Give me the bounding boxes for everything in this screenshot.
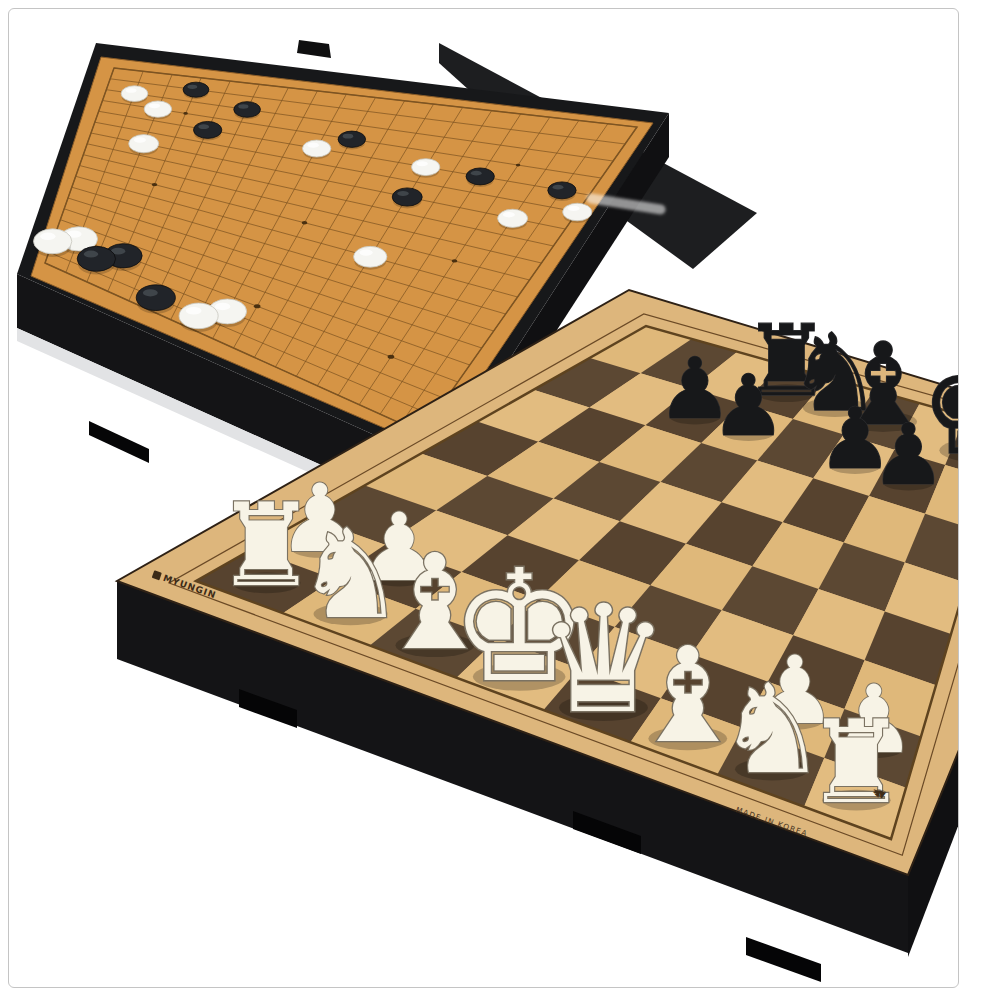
go-stone-highlight — [238, 104, 248, 108]
go-stone-black — [194, 121, 222, 138]
go-stone-highlight — [84, 251, 99, 258]
go-stone-white — [121, 86, 148, 102]
go-stone-highlight — [359, 249, 372, 255]
go-stone-highlight — [198, 124, 209, 129]
go-star-point — [183, 112, 188, 115]
go-stone-white — [144, 101, 172, 117]
go-stone-white — [498, 209, 528, 227]
go-stone-white — [303, 140, 331, 157]
go-stone-highlight — [416, 161, 427, 166]
go-stone-white — [354, 246, 387, 267]
go-stone-white — [563, 203, 592, 221]
chess-piece-white-rook: ♜ — [805, 696, 908, 829]
go-case-hinge-tab — [297, 40, 331, 58]
go-stone-black — [466, 168, 494, 185]
go-case-notch — [89, 421, 149, 463]
go-stone-white — [179, 303, 218, 329]
go-stone-highlight — [568, 206, 580, 211]
go-stone-black — [136, 285, 175, 311]
go-stone-white — [34, 229, 72, 254]
go-star-point — [516, 164, 521, 167]
go-stone-highlight — [343, 134, 353, 139]
go-stone-highlight — [187, 85, 197, 89]
go-stone-white — [129, 135, 159, 153]
go-stone-highlight — [307, 143, 318, 148]
go-stone-black — [392, 188, 422, 206]
product-photo: ♜♞♝♚♟♟♟♟♟♟♟♟♜♞♝♚♛♝♞♜ MYUNGIN MADE IN KOR… — [0, 0, 1000, 1000]
go-stone-black — [548, 182, 576, 199]
go-stone-black — [77, 246, 115, 271]
go-stone-white — [412, 159, 440, 176]
chess-piece-black-pawn: ♟ — [710, 356, 786, 455]
go-star-point — [388, 355, 395, 359]
go-stone-highlight — [143, 289, 158, 296]
brand-logo-icon — [152, 570, 162, 580]
chess-case-notch — [746, 937, 821, 982]
go-stone-highlight — [149, 103, 160, 108]
boards-scene: ♜♞♝♚♟♟♟♟♟♟♟♟♜♞♝♚♛♝♞♜ — [8, 8, 959, 988]
go-stone-highlight — [397, 191, 408, 196]
go-stone-black — [183, 82, 209, 97]
go-star-point — [254, 304, 261, 308]
go-star-point — [302, 221, 308, 224]
go-star-point — [452, 259, 458, 262]
photo-frame: ♜♞♝♚♟♟♟♟♟♟♟♟♜♞♝♚♛♝♞♜ MYUNGIN MADE IN KOR… — [8, 8, 959, 988]
go-stone-highlight — [186, 307, 202, 315]
go-star-point — [152, 183, 158, 186]
go-stone-highlight — [126, 88, 137, 93]
go-stone-highlight — [134, 137, 146, 142]
go-stone-highlight — [471, 171, 482, 176]
go-stone-black — [338, 131, 366, 147]
go-stone-highlight — [553, 185, 564, 190]
go-stone-highlight — [215, 303, 230, 310]
chess-piece-black-pawn: ♟ — [871, 405, 947, 504]
go-stone-highlight — [40, 233, 55, 240]
go-stone-black — [234, 102, 261, 118]
go-stone-highlight — [503, 212, 515, 217]
